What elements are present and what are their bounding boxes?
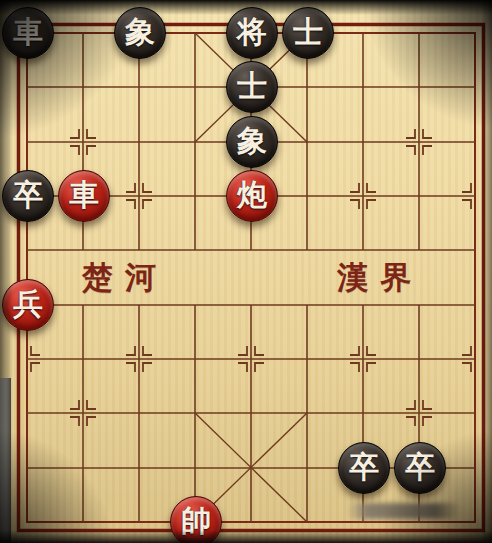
piece-red-chariot-b3[interactable]: 車 <box>58 170 110 222</box>
xiangqi-screenshot: 楚河 漢界 車象将士士象卒車炮兵卒卒帥 <box>0 0 492 543</box>
piece-glyph: 兵 <box>13 289 43 319</box>
piece-glyph: 士 <box>293 17 323 47</box>
river-label-chu-he: 楚河 <box>82 256 168 298</box>
piece-black-soldier-a3[interactable]: 卒 <box>2 170 54 222</box>
piece-glyph: 象 <box>125 17 155 47</box>
piece-glyph: 炮 <box>237 180 267 210</box>
piece-black-elephant-e2[interactable]: 象 <box>226 116 278 168</box>
piece-black-elephant-c0[interactable]: 象 <box>114 7 166 59</box>
piece-glyph: 車 <box>69 180 99 210</box>
piece-black-soldier-h8[interactable]: 卒 <box>394 442 446 494</box>
piece-black-chariot-a0[interactable]: 車 <box>2 7 54 59</box>
piece-glyph: 将 <box>237 17 267 47</box>
river-label-han-jie: 漢界 <box>337 256 423 298</box>
piece-red-general-d9[interactable]: 帥 <box>170 496 222 543</box>
piece-glyph: 車 <box>13 17 43 47</box>
piece-glyph: 卒 <box>13 180 43 210</box>
piece-black-soldier-g8[interactable]: 卒 <box>338 442 390 494</box>
piece-glyph: 卒 <box>349 452 379 482</box>
piece-red-soldier-a5[interactable]: 兵 <box>2 279 54 331</box>
piece-glyph: 士 <box>237 71 267 101</box>
piece-red-cannon-e3[interactable]: 炮 <box>226 170 278 222</box>
piece-glyph: 象 <box>237 126 267 156</box>
piece-black-general-e0[interactable]: 将 <box>226 7 278 59</box>
piece-glyph: 卒 <box>405 452 435 482</box>
piece-black-advisor-e1[interactable]: 士 <box>226 61 278 113</box>
piece-black-advisor-f0[interactable]: 士 <box>282 7 334 59</box>
piece-glyph: 帥 <box>181 506 211 536</box>
